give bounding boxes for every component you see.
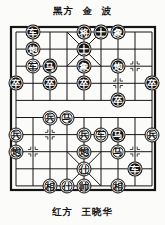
piece-black-cannon: 炮	[26, 42, 41, 57]
piece-black-soldier: 卒	[43, 76, 58, 91]
piece-black-horse: 马	[111, 127, 126, 142]
piece-red-soldier: 兵	[43, 110, 58, 125]
piece-black-horse: 马	[43, 59, 58, 74]
piece-black-advisor: 士	[77, 42, 92, 57]
diagram-page: 黑方 金 波 车将士象炮士车马象炮卒卒卒卒卒兵马兵兵车马兵炮炮马仕车相仕帅相 红…	[0, 0, 165, 225]
piece-red-cannon: 炮	[77, 144, 92, 159]
piece-black-cannon: 炮	[111, 59, 126, 74]
piece-black-advisor: 士	[94, 25, 109, 40]
piece-black-chariot: 车	[128, 161, 143, 176]
piece-red-soldier: 兵	[9, 127, 24, 142]
piece-black-elephant: 象	[77, 59, 92, 74]
piece-red-general: 帅	[77, 178, 92, 193]
black-player-label: 黑方 金 波	[0, 5, 165, 18]
piece-red-chariot: 车	[26, 59, 41, 74]
piece-black-soldier: 卒	[111, 93, 126, 108]
piece-red-horse: 马	[60, 110, 75, 125]
xiangqi-board: 车将士象炮士车马象炮卒卒卒卒卒兵马兵兵车马兵炮炮马仕车相仕帅相	[9, 25, 159, 195]
piece-red-chariot: 车	[94, 127, 109, 142]
piece-red-horse: 马	[111, 144, 126, 159]
piece-red-advisor: 仕	[77, 161, 92, 176]
piece-red-elephant: 相	[111, 178, 126, 193]
piece-black-general: 将	[77, 25, 92, 40]
piece-red-elephant: 相	[43, 178, 58, 193]
piece-black-soldier: 卒	[77, 76, 92, 91]
piece-black-soldier: 卒	[9, 76, 24, 91]
piece-red-soldier: 兵	[77, 127, 92, 142]
piece-red-soldier: 兵	[145, 127, 160, 142]
piece-red-cannon: 炮	[9, 144, 24, 159]
piece-black-elephant: 象	[111, 25, 126, 40]
piece-black-chariot: 车	[26, 25, 41, 40]
piece-black-soldier: 卒	[145, 76, 160, 91]
piece-red-advisor: 仕	[60, 178, 75, 193]
red-player-label: 红方 王晓华	[0, 206, 165, 219]
